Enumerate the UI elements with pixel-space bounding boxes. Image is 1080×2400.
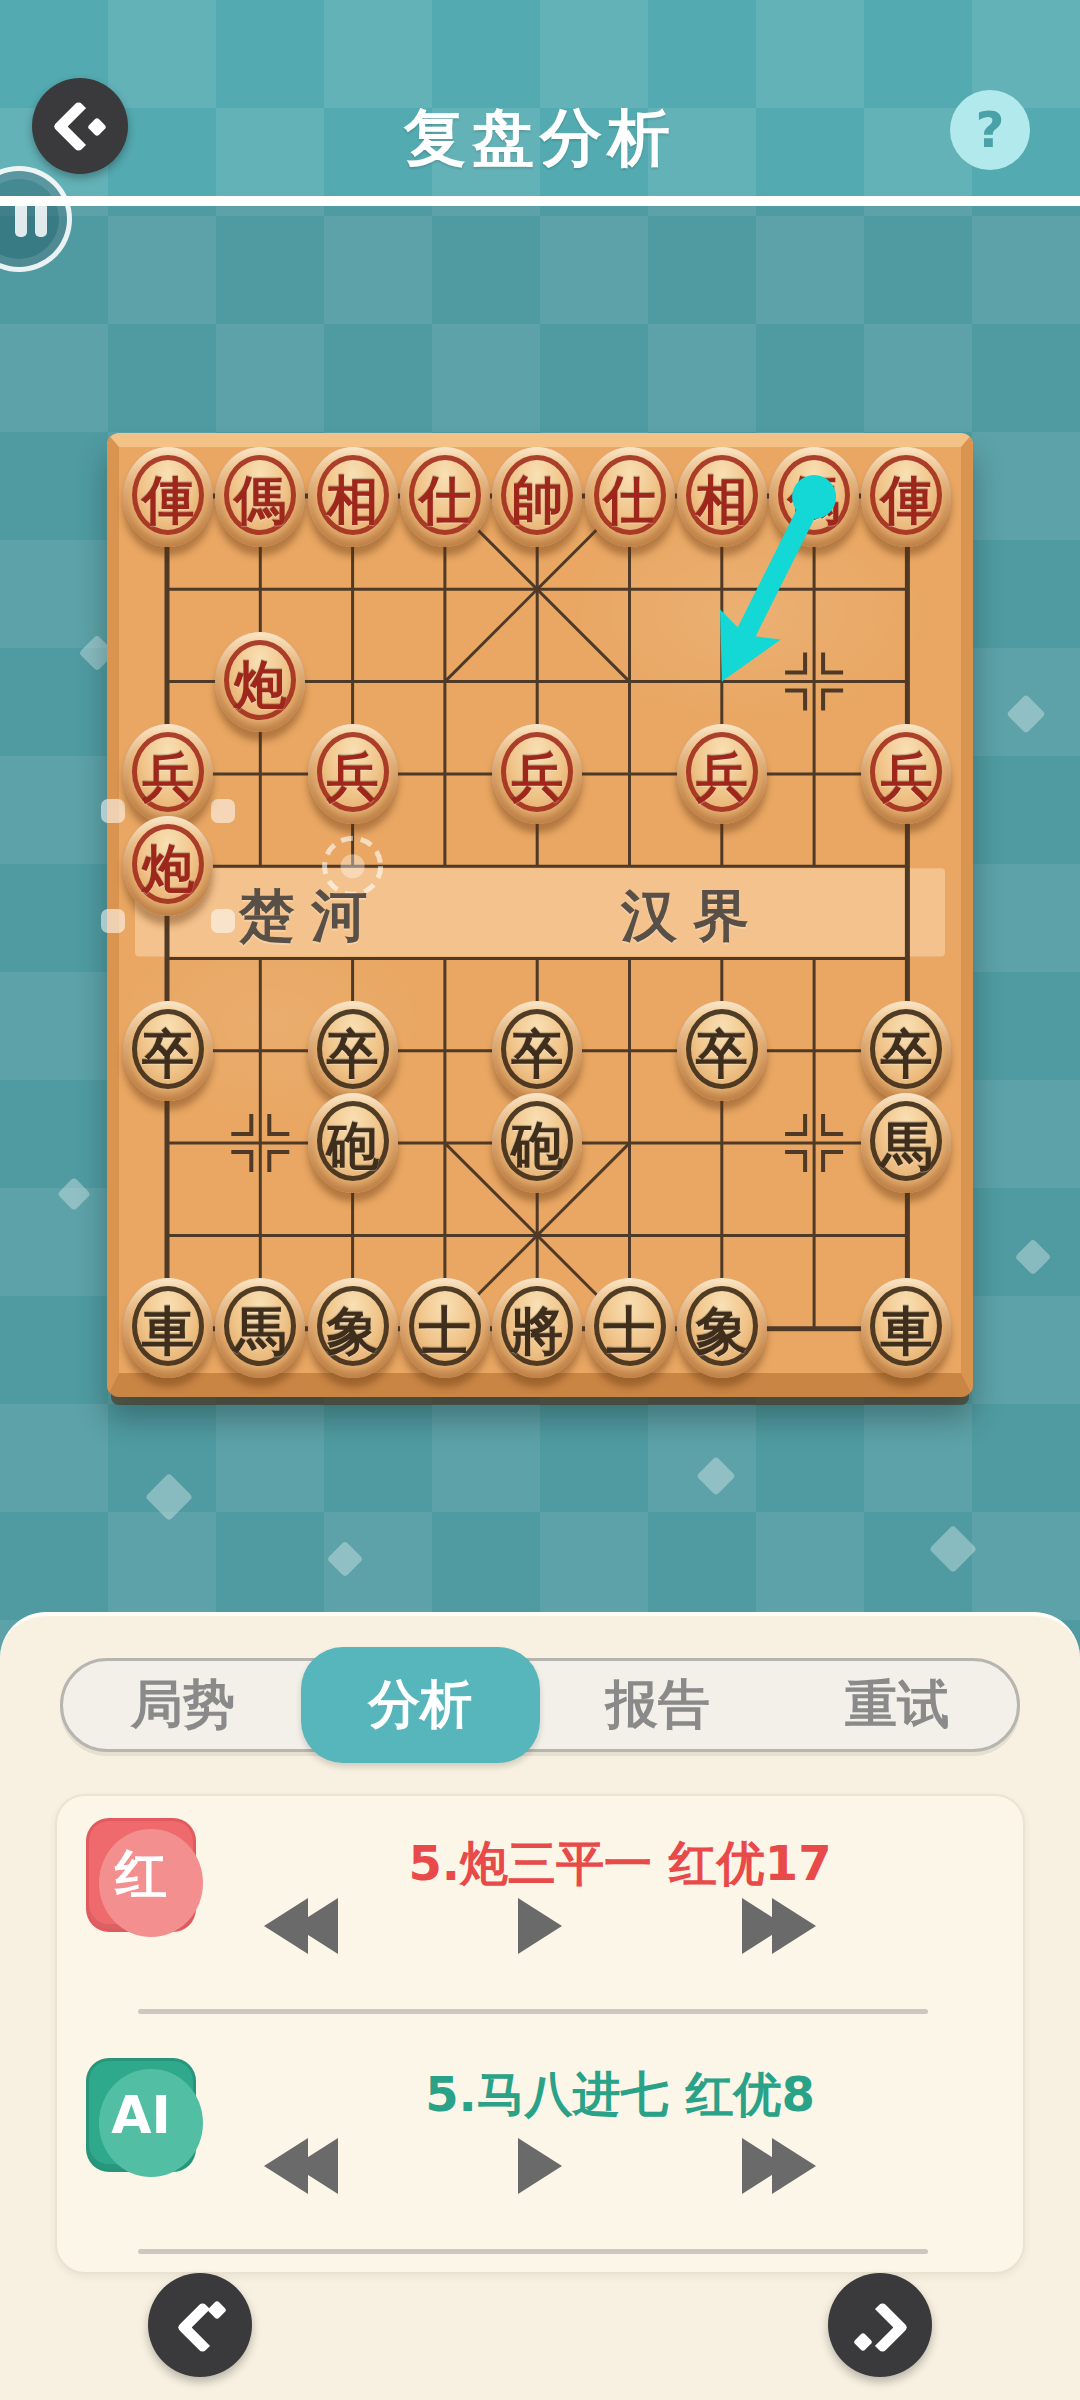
- tab-retry[interactable]: 重试: [778, 1661, 1018, 1749]
- divider: [138, 2249, 928, 2254]
- xiangqi-piece-卒[interactable]: 卒: [861, 1001, 951, 1101]
- xiangqi-piece-將[interactable]: 將: [492, 1278, 582, 1378]
- xiangqi-piece-兵[interactable]: 兵: [861, 724, 951, 824]
- sparkle-decoration: [1006, 694, 1046, 734]
- river-label-chuhe: 楚河: [239, 879, 383, 955]
- header-bar: 复盘分析 ?: [0, 0, 1080, 196]
- rewind-icon[interactable]: [264, 1898, 338, 1954]
- sparkle-decoration: [929, 1525, 977, 1573]
- xiangqi-piece-車[interactable]: 車: [861, 1278, 951, 1378]
- played-move-text: 5.炮三平一 红优17: [217, 1832, 993, 1896]
- sparkle-decoration: [1015, 1239, 1052, 1276]
- sparkle-decoration: [57, 1177, 91, 1211]
- tab-report[interactable]: 报告: [538, 1661, 778, 1749]
- xiangqi-piece-卒[interactable]: 卒: [123, 1001, 213, 1101]
- last-move-highlight: [211, 909, 235, 933]
- xiangqi-piece-馬[interactable]: 馬: [215, 1278, 305, 1378]
- sparkle-decoration: [696, 1456, 736, 1496]
- prev-move-button[interactable]: [148, 2273, 252, 2377]
- rewind-icon[interactable]: [264, 2138, 338, 2194]
- xiangqi-piece-俥[interactable]: 俥: [123, 447, 213, 547]
- play-icon[interactable]: [518, 1898, 562, 1954]
- fast-forward-icon[interactable]: [742, 2138, 816, 2194]
- xiangqi-piece-馬[interactable]: 馬: [861, 1093, 951, 1193]
- bottom-sheet: 局势 分析 报告 重试 红 5.炮三平一 红优17 AI 5.马八进: [0, 1612, 1080, 2400]
- xiangqi-piece-士[interactable]: 士: [400, 1278, 490, 1378]
- xiangqi-piece-兵[interactable]: 兵: [677, 724, 767, 824]
- xiangqi-piece-仕[interactable]: 仕: [585, 447, 675, 547]
- xiangqi-piece-象[interactable]: 象: [308, 1278, 398, 1378]
- last-move-highlight: [211, 799, 235, 823]
- tab-bar: 局势 分析 报告 重试: [60, 1658, 1020, 1752]
- back-button[interactable]: [32, 78, 128, 174]
- header-divider-line: [0, 196, 1080, 206]
- xiangqi-piece-兵[interactable]: 兵: [492, 724, 582, 824]
- xiangqi-piece-卒[interactable]: 卒: [492, 1001, 582, 1101]
- analysis-card: 红 5.炮三平一 红优17 AI 5.马八进七 红优8: [55, 1794, 1025, 2274]
- xiangqi-piece-兵[interactable]: 兵: [123, 724, 213, 824]
- next-move-button[interactable]: [828, 2273, 932, 2377]
- sparkle-decoration: [145, 1473, 193, 1521]
- xiangqi-piece-俥[interactable]: 俥: [861, 447, 951, 547]
- last-move-highlight: [101, 799, 125, 823]
- xiangqi-piece-帥[interactable]: 帥: [492, 447, 582, 547]
- xiangqi-piece-卒[interactable]: 卒: [308, 1001, 398, 1101]
- xiangqi-piece-砲[interactable]: 砲: [308, 1093, 398, 1193]
- sparkle-decoration: [327, 1541, 364, 1578]
- pause-icon: [15, 201, 27, 237]
- help-button[interactable]: ?: [950, 90, 1030, 170]
- playback-controls-ai: [57, 2138, 1023, 2194]
- xiangqi-piece-炮[interactable]: 炮: [123, 816, 213, 916]
- playback-controls-red: [57, 1898, 1023, 1954]
- ai-move-text: 5.马八进七 红优8: [217, 2063, 993, 2127]
- xiangqi-piece-相[interactable]: 相: [308, 447, 398, 547]
- pause-icon: [35, 201, 47, 237]
- tab-situation[interactable]: 局势: [63, 1661, 303, 1749]
- xiangqi-piece-象[interactable]: 象: [677, 1278, 767, 1378]
- xiangqi-piece-傌[interactable]: 傌: [769, 447, 859, 547]
- tab-analysis[interactable]: 分析: [301, 1647, 541, 1763]
- xiangqi-piece-炮[interactable]: 炮: [215, 632, 305, 732]
- xiangqi-piece-士[interactable]: 士: [585, 1278, 675, 1378]
- xiangqi-piece-兵[interactable]: 兵: [308, 724, 398, 824]
- play-icon[interactable]: [518, 2138, 562, 2194]
- xiangqi-piece-相[interactable]: 相: [677, 447, 767, 547]
- last-move-highlight: [101, 909, 125, 933]
- xiangqi-piece-仕[interactable]: 仕: [400, 447, 490, 547]
- xiangqi-piece-車[interactable]: 車: [123, 1278, 213, 1378]
- xiangqi-board[interactable]: 楚河 汉界 俥傌相仕帥仕相傌俥炮兵兵兵兵兵炮卒卒卒卒卒砲砲馬車馬象士將士象車: [107, 433, 973, 1397]
- fast-forward-icon[interactable]: [742, 1898, 816, 1954]
- xiangqi-piece-砲[interactable]: 砲: [492, 1093, 582, 1193]
- page-title: 复盘分析: [0, 96, 1080, 180]
- river-label-hanjie: 汉界: [621, 879, 765, 955]
- xiangqi-piece-傌[interactable]: 傌: [215, 447, 305, 547]
- app-root: 复盘分析 ? 楚河 汉界 俥傌相仕帥仕相傌俥炮兵兵兵兵兵炮卒卒卒卒卒砲砲馬車馬象…: [0, 0, 1080, 2400]
- xiangqi-piece-卒[interactable]: 卒: [677, 1001, 767, 1101]
- divider: [138, 2009, 928, 2014]
